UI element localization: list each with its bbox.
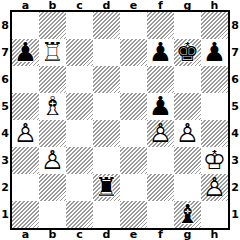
square-d7[interactable] [93,39,120,66]
piece-black-pawn[interactable]: ♟ [201,39,228,66]
square-h3[interactable]: ♚♔ [201,147,228,174]
square-c2[interactable] [66,174,93,201]
square-d4[interactable] [93,120,120,147]
square-e5[interactable] [120,93,147,120]
piece-black-king[interactable]: ♚ [174,39,201,66]
square-a6[interactable] [12,66,39,93]
square-e1[interactable] [120,201,147,228]
chess-board: ♟♜♖♟♚♟♝♗♟♟♙♟♙♟♙♟♙♚♔♜♟♙♝ [10,10,230,230]
rank-label-3-left: 3 [0,147,10,174]
square-h7[interactable]: ♟ [201,39,228,66]
square-b5[interactable]: ♝♗ [39,93,66,120]
rank-label-1-left: 1 [0,201,10,228]
square-a1[interactable] [12,201,39,228]
square-c6[interactable] [66,66,93,93]
square-c5[interactable] [66,93,93,120]
rank-label-6-left: 6 [0,66,10,93]
square-d2[interactable]: ♜ [93,174,120,201]
rank-label-1-right: 1 [230,201,240,228]
file-label-c-bottom: c [66,230,93,240]
square-a4[interactable]: ♟♙ [12,120,39,147]
rank-label-4-right: 4 [230,120,240,147]
square-f5[interactable]: ♟ [147,93,174,120]
bishop-glyph-outline: ♗ [39,93,66,120]
rank-label-3-right: 3 [230,147,240,174]
square-h5[interactable] [201,93,228,120]
rank-label-7-right: 7 [230,39,240,66]
square-h2[interactable]: ♟♙ [201,174,228,201]
file-label-h-bottom: h [201,230,228,240]
square-g7[interactable]: ♚ [174,39,201,66]
square-e7[interactable] [120,39,147,66]
bishop-glyph: ♝ [174,201,201,228]
square-h6[interactable] [201,66,228,93]
square-c3[interactable] [66,147,93,174]
square-c8[interactable] [66,12,93,39]
square-g4[interactable]: ♟♙ [174,120,201,147]
rook-glyph: ♜ [93,174,120,201]
square-f2[interactable] [147,174,174,201]
chess-board-diagram: abcdefgh abcdefgh 87654321 87654321 ♟♜♖♟… [0,0,240,240]
pawn-glyph: ♟ [201,39,228,66]
square-g6[interactable] [174,66,201,93]
square-a3[interactable] [12,147,39,174]
piece-black-bishop[interactable]: ♝ [174,201,201,228]
square-c1[interactable] [66,201,93,228]
square-f7[interactable]: ♟ [147,39,174,66]
pawn-glyph: ♟ [147,39,174,66]
square-h8[interactable] [201,12,228,39]
square-a7[interactable]: ♟ [12,39,39,66]
square-d5[interactable] [93,93,120,120]
square-e2[interactable] [120,174,147,201]
pawn-glyph-outline: ♙ [12,120,39,147]
square-f8[interactable] [147,12,174,39]
piece-white-rook[interactable]: ♜♖ [39,39,66,66]
rank-label-8-left: 8 [0,12,10,39]
square-b8[interactable] [39,12,66,39]
file-labels-bottom: abcdefgh [12,230,228,240]
square-b3[interactable]: ♟♙ [39,147,66,174]
piece-black-pawn[interactable]: ♟ [147,93,174,120]
rank-labels-left: 87654321 [0,12,10,228]
piece-black-pawn[interactable]: ♟ [147,39,174,66]
pawn-glyph: ♟ [147,93,174,120]
square-b7[interactable]: ♜♖ [39,39,66,66]
square-e3[interactable] [120,147,147,174]
rook-glyph-outline: ♖ [39,39,66,66]
square-b1[interactable] [39,201,66,228]
rank-label-6-right: 6 [230,66,240,93]
file-label-f-bottom: f [147,230,174,240]
square-e8[interactable] [120,12,147,39]
square-g1[interactable]: ♝ [174,201,201,228]
pawn-glyph-outline: ♙ [174,120,201,147]
rank-label-2-left: 2 [0,174,10,201]
square-f3[interactable] [147,147,174,174]
square-g2[interactable] [174,174,201,201]
rank-label-5-left: 5 [0,93,10,120]
piece-white-pawn[interactable]: ♟♙ [147,120,174,147]
rank-label-2-right: 2 [230,174,240,201]
square-h1[interactable] [201,201,228,228]
piece-black-pawn[interactable]: ♟ [12,39,39,66]
pawn-glyph-outline: ♙ [201,174,228,201]
piece-white-pawn[interactable]: ♟♙ [12,120,39,147]
square-f6[interactable] [147,66,174,93]
pawn-glyph: ♟ [12,39,39,66]
square-g8[interactable] [174,12,201,39]
square-c4[interactable] [66,120,93,147]
rank-label-8-right: 8 [230,12,240,39]
piece-white-pawn[interactable]: ♟♙ [201,174,228,201]
square-e6[interactable] [120,66,147,93]
square-h4[interactable] [201,120,228,147]
file-label-a-bottom: a [12,230,39,240]
king-glyph: ♚ [174,39,201,66]
file-label-b-bottom: b [39,230,66,240]
square-a2[interactable] [12,174,39,201]
square-d3[interactable] [93,147,120,174]
square-c7[interactable] [66,39,93,66]
square-a5[interactable] [12,93,39,120]
square-b6[interactable] [39,66,66,93]
king-glyph-outline: ♔ [201,147,228,174]
piece-white-pawn[interactable]: ♟♙ [39,147,66,174]
square-d6[interactable] [93,66,120,93]
square-a8[interactable] [12,12,39,39]
rank-label-5-right: 5 [230,93,240,120]
square-f1[interactable] [147,201,174,228]
square-g5[interactable] [174,93,201,120]
square-b4[interactable] [39,120,66,147]
square-d1[interactable] [93,201,120,228]
file-label-e-bottom: e [120,230,147,240]
pawn-glyph-outline: ♙ [147,120,174,147]
square-g3[interactable] [174,147,201,174]
square-d8[interactable] [93,12,120,39]
rank-labels-right: 87654321 [230,12,240,228]
square-f4[interactable]: ♟♙ [147,120,174,147]
square-b2[interactable] [39,174,66,201]
file-label-d-bottom: d [93,230,120,240]
file-label-g-bottom: g [174,230,201,240]
rank-label-7-left: 7 [0,39,10,66]
rank-label-4-left: 4 [0,120,10,147]
piece-white-pawn[interactable]: ♟♙ [174,120,201,147]
square-e4[interactable] [120,120,147,147]
piece-white-bishop[interactable]: ♝♗ [39,93,66,120]
piece-black-rook[interactable]: ♜ [93,174,120,201]
piece-white-king[interactable]: ♚♔ [201,147,228,174]
pawn-glyph-outline: ♙ [39,147,66,174]
